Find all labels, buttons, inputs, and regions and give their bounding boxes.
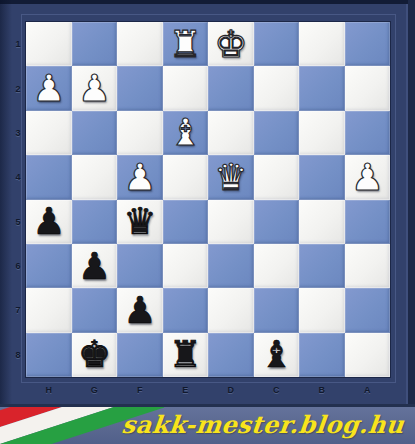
square-h4[interactable] <box>26 155 72 199</box>
square-g7[interactable] <box>72 288 118 332</box>
white-pawn-g2[interactable]: ♟ <box>72 66 118 110</box>
black-pawn-f7[interactable]: ♟ <box>117 288 163 332</box>
square-e1[interactable]: ♜ <box>163 22 209 66</box>
square-h5[interactable]: ♟ <box>26 200 72 244</box>
square-g6[interactable]: ♟ <box>72 244 118 288</box>
square-b7[interactable] <box>299 288 345 332</box>
square-f1[interactable] <box>117 22 163 66</box>
file-label-b: B <box>299 382 345 398</box>
square-c8[interactable]: ♝ <box>254 333 300 377</box>
square-f8[interactable] <box>117 333 163 377</box>
square-g4[interactable] <box>72 155 118 199</box>
chess-board: ♜♚♟♟♝♟♛♟♟♛♟♟♚♜♝ <box>26 22 390 377</box>
file-label-c: C <box>254 382 300 398</box>
square-g3[interactable] <box>72 111 118 155</box>
square-a5[interactable] <box>345 200 391 244</box>
square-f4[interactable]: ♟ <box>117 155 163 199</box>
square-a7[interactable] <box>345 288 391 332</box>
square-g1[interactable] <box>72 22 118 66</box>
square-a8[interactable] <box>345 333 391 377</box>
square-b8[interactable] <box>299 333 345 377</box>
square-h1[interactable] <box>26 22 72 66</box>
square-b1[interactable] <box>299 22 345 66</box>
square-f7[interactable]: ♟ <box>117 288 163 332</box>
square-f6[interactable] <box>117 244 163 288</box>
black-king-g8[interactable]: ♚ <box>72 333 118 377</box>
square-c7[interactable] <box>254 288 300 332</box>
square-a4[interactable]: ♟ <box>345 155 391 199</box>
square-c5[interactable] <box>254 200 300 244</box>
white-pawn-h2[interactable]: ♟ <box>26 66 72 110</box>
square-a2[interactable] <box>345 66 391 110</box>
white-pawn-a4[interactable]: ♟ <box>345 155 391 199</box>
chess-diagram: 12345678 ♜♚♟♟♝♟♛♟♟♛♟♟♚♜♝ HGFEDCBA sakk-m… <box>0 0 415 444</box>
square-h7[interactable] <box>26 288 72 332</box>
square-a3[interactable] <box>345 111 391 155</box>
square-d2[interactable] <box>208 66 254 110</box>
square-b3[interactable] <box>299 111 345 155</box>
file-label-e: E <box>163 382 209 398</box>
black-pawn-h5[interactable]: ♟ <box>26 200 72 244</box>
square-e5[interactable] <box>163 200 209 244</box>
frame-top-edge <box>0 0 415 4</box>
white-bishop-e3[interactable]: ♝ <box>163 111 209 155</box>
square-h3[interactable] <box>26 111 72 155</box>
square-d5[interactable] <box>208 200 254 244</box>
square-h6[interactable] <box>26 244 72 288</box>
site-watermark: sakk-mester.blog.hu <box>120 410 405 439</box>
square-e6[interactable] <box>163 244 209 288</box>
white-pawn-f4[interactable]: ♟ <box>117 155 163 199</box>
square-e8[interactable]: ♜ <box>163 333 209 377</box>
file-label-h: H <box>26 382 72 398</box>
square-d3[interactable] <box>208 111 254 155</box>
square-c2[interactable] <box>254 66 300 110</box>
file-label-a: A <box>345 382 391 398</box>
square-d4[interactable]: ♛ <box>208 155 254 199</box>
square-f3[interactable] <box>117 111 163 155</box>
square-c4[interactable] <box>254 155 300 199</box>
file-label-g: G <box>72 382 118 398</box>
black-bishop-c8[interactable]: ♝ <box>254 333 300 377</box>
square-a1[interactable] <box>345 22 391 66</box>
square-a6[interactable] <box>345 244 391 288</box>
square-g5[interactable] <box>72 200 118 244</box>
square-d6[interactable] <box>208 244 254 288</box>
square-c3[interactable] <box>254 111 300 155</box>
black-pawn-g6[interactable]: ♟ <box>72 244 118 288</box>
square-h8[interactable] <box>26 333 72 377</box>
file-label-d: D <box>208 382 254 398</box>
square-c1[interactable] <box>254 22 300 66</box>
square-h2[interactable]: ♟ <box>26 66 72 110</box>
square-d7[interactable] <box>208 288 254 332</box>
white-king-d1[interactable]: ♚ <box>208 22 254 66</box>
square-e3[interactable]: ♝ <box>163 111 209 155</box>
square-c6[interactable] <box>254 244 300 288</box>
footer-bar: sakk-mester.blog.hu <box>0 404 415 444</box>
square-b5[interactable] <box>299 200 345 244</box>
file-label-f: F <box>117 382 163 398</box>
square-b6[interactable] <box>299 244 345 288</box>
white-queen-d4[interactable]: ♛ <box>208 155 254 199</box>
frame-right-edge <box>408 0 415 404</box>
square-d8[interactable] <box>208 333 254 377</box>
square-g2[interactable]: ♟ <box>72 66 118 110</box>
square-b4[interactable] <box>299 155 345 199</box>
square-e7[interactable] <box>163 288 209 332</box>
square-g8[interactable]: ♚ <box>72 333 118 377</box>
square-f2[interactable] <box>117 66 163 110</box>
white-rook-e1[interactable]: ♜ <box>163 22 209 66</box>
square-d1[interactable]: ♚ <box>208 22 254 66</box>
square-f5[interactable]: ♛ <box>117 200 163 244</box>
square-e4[interactable] <box>163 155 209 199</box>
square-e2[interactable] <box>163 66 209 110</box>
file-labels: HGFEDCBA <box>26 382 390 398</box>
square-b2[interactable] <box>299 66 345 110</box>
black-queen-f5[interactable]: ♛ <box>117 200 163 244</box>
black-rook-e8[interactable]: ♜ <box>163 333 209 377</box>
